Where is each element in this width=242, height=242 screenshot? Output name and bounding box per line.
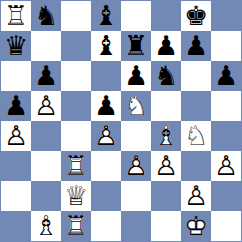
square-c5[interactable] <box>61 91 91 121</box>
white-pawn-icon: ♟♙ <box>151 151 181 181</box>
square-b2[interactable] <box>31 181 61 211</box>
square-g7[interactable]: ♟ <box>181 31 211 61</box>
square-e7[interactable]: ♜ <box>121 31 151 61</box>
square-f1[interactable] <box>151 211 181 241</box>
white-knight-icon: ♞♘ <box>121 91 151 121</box>
white-rook-icon: ♜♖ <box>61 211 91 241</box>
square-c1[interactable]: ♜♖ <box>61 211 91 241</box>
square-g3[interactable] <box>181 151 211 181</box>
white-rook-icon: ♜♖ <box>61 151 91 181</box>
square-c7[interactable] <box>61 31 91 61</box>
white-pawn-icon: ♟♙ <box>121 151 151 181</box>
square-e3[interactable]: ♟♙ <box>121 151 151 181</box>
square-c3[interactable]: ♜♖ <box>61 151 91 181</box>
white-queen-icon: ♛♕ <box>61 181 91 211</box>
square-e5[interactable]: ♞♘ <box>121 91 151 121</box>
square-d7[interactable]: ♝ <box>91 31 121 61</box>
chess-board-grid: ♜♖♞♝♚♛♝♜♟♟♟♟♞♟♟♟♙♟♞♘♟♙♟♙♝♗♞♘♜♖♟♙♟♙♟♙♛♕♟♙… <box>1 1 241 241</box>
square-h1[interactable] <box>211 211 241 241</box>
black-knight-icon: ♞ <box>151 61 181 91</box>
square-f7[interactable]: ♟ <box>151 31 181 61</box>
square-b7[interactable] <box>31 31 61 61</box>
square-c4[interactable] <box>61 121 91 151</box>
square-b8[interactable]: ♞ <box>31 1 61 31</box>
white-king-icon: ♚♔ <box>181 211 211 241</box>
square-f8[interactable] <box>151 1 181 31</box>
square-f5[interactable] <box>151 91 181 121</box>
white-bishop-icon: ♝♗ <box>31 211 61 241</box>
black-rook-icon: ♜ <box>121 31 151 61</box>
square-d5[interactable]: ♟ <box>91 91 121 121</box>
square-h7[interactable] <box>211 31 241 61</box>
square-g1[interactable]: ♚♔ <box>181 211 211 241</box>
black-pawn-icon: ♟ <box>151 31 181 61</box>
black-pawn-icon: ♟ <box>211 61 241 91</box>
square-d6[interactable] <box>91 61 121 91</box>
square-b3[interactable] <box>31 151 61 181</box>
square-a6[interactable] <box>1 61 31 91</box>
chess-board: ♜♖♞♝♚♛♝♜♟♟♟♟♞♟♟♟♙♟♞♘♟♙♟♙♝♗♞♘♜♖♟♙♟♙♟♙♛♕♟♙… <box>0 0 242 242</box>
square-e4[interactable] <box>121 121 151 151</box>
black-king-icon: ♚ <box>181 1 211 31</box>
square-e1[interactable] <box>121 211 151 241</box>
square-b4[interactable] <box>31 121 61 151</box>
square-c8[interactable] <box>61 1 91 31</box>
black-queen-icon: ♛ <box>1 31 31 61</box>
square-f4[interactable]: ♝♗ <box>151 121 181 151</box>
black-pawn-icon: ♟ <box>181 31 211 61</box>
black-pawn-icon: ♟ <box>91 91 121 121</box>
square-a5[interactable]: ♟ <box>1 91 31 121</box>
square-c6[interactable] <box>61 61 91 91</box>
square-h3[interactable]: ♟♙ <box>211 151 241 181</box>
black-knight-icon: ♞ <box>31 1 61 31</box>
square-f6[interactable]: ♞ <box>151 61 181 91</box>
square-h4[interactable] <box>211 121 241 151</box>
square-b1[interactable]: ♝♗ <box>31 211 61 241</box>
square-a1[interactable] <box>1 211 31 241</box>
square-g4[interactable]: ♞♘ <box>181 121 211 151</box>
square-d2[interactable] <box>91 181 121 211</box>
square-h8[interactable] <box>211 1 241 31</box>
square-b5[interactable]: ♟♙ <box>31 91 61 121</box>
black-pawn-icon: ♟ <box>31 61 61 91</box>
black-bishop-icon: ♝ <box>91 1 121 31</box>
square-d3[interactable] <box>91 151 121 181</box>
black-bishop-icon: ♝ <box>91 31 121 61</box>
square-a3[interactable] <box>1 151 31 181</box>
square-f2[interactable] <box>151 181 181 211</box>
square-h5[interactable] <box>211 91 241 121</box>
square-f3[interactable]: ♟♙ <box>151 151 181 181</box>
square-e6[interactable]: ♟ <box>121 61 151 91</box>
square-d4[interactable]: ♟♙ <box>91 121 121 151</box>
square-g5[interactable] <box>181 91 211 121</box>
square-d8[interactable]: ♝ <box>91 1 121 31</box>
black-pawn-icon: ♟ <box>1 91 31 121</box>
square-e8[interactable] <box>121 1 151 31</box>
square-g8[interactable]: ♚ <box>181 1 211 31</box>
square-g2[interactable]: ♟♙ <box>181 181 211 211</box>
square-a4[interactable]: ♟♙ <box>1 121 31 151</box>
white-rook-icon: ♜♖ <box>1 1 31 31</box>
white-pawn-icon: ♟♙ <box>211 151 241 181</box>
white-pawn-icon: ♟♙ <box>1 121 31 151</box>
black-pawn-icon: ♟ <box>121 61 151 91</box>
white-pawn-icon: ♟♙ <box>181 181 211 211</box>
square-h2[interactable] <box>211 181 241 211</box>
white-bishop-icon: ♝♗ <box>151 121 181 151</box>
square-a8[interactable]: ♜♖ <box>1 1 31 31</box>
square-a7[interactable]: ♛ <box>1 31 31 61</box>
white-pawn-icon: ♟♙ <box>31 91 61 121</box>
square-b6[interactable]: ♟ <box>31 61 61 91</box>
white-knight-icon: ♞♘ <box>181 121 211 151</box>
square-c2[interactable]: ♛♕ <box>61 181 91 211</box>
square-g6[interactable] <box>181 61 211 91</box>
square-d1[interactable] <box>91 211 121 241</box>
white-pawn-icon: ♟♙ <box>91 121 121 151</box>
square-e2[interactable] <box>121 181 151 211</box>
square-h6[interactable]: ♟ <box>211 61 241 91</box>
square-a2[interactable] <box>1 181 31 211</box>
